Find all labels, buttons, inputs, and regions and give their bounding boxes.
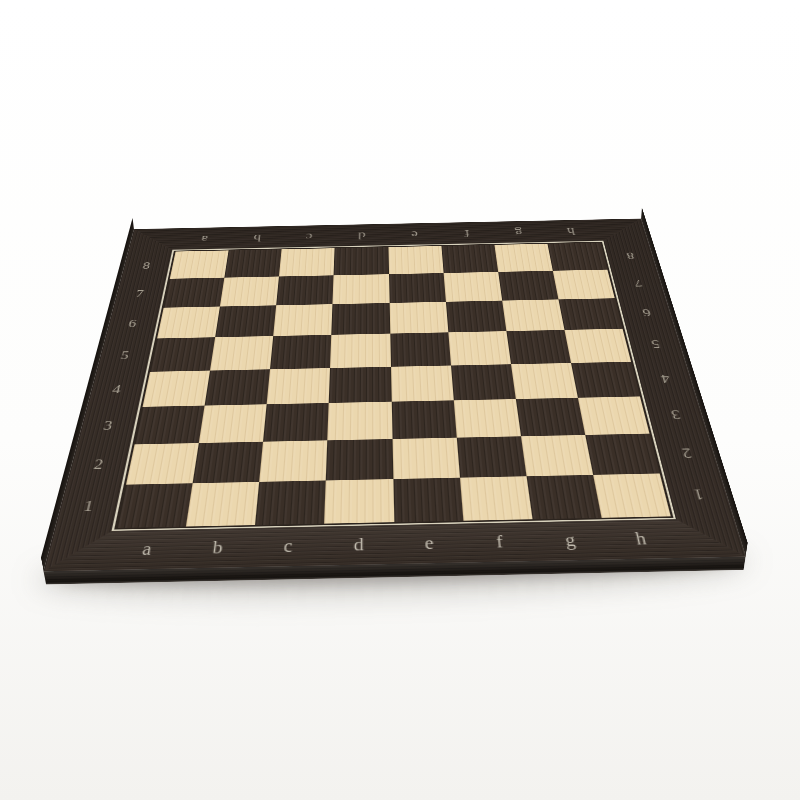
square-c6 xyxy=(273,304,332,336)
rank-label-left-2: 2 xyxy=(92,457,105,473)
square-d4 xyxy=(329,366,391,402)
square-b6 xyxy=(215,305,276,337)
file-label-top-c: c xyxy=(305,231,313,242)
square-d7 xyxy=(333,274,389,304)
file-label-top-h: h xyxy=(566,225,576,236)
square-e6 xyxy=(389,302,448,334)
square-a7 xyxy=(164,278,225,308)
photo-background: abcdefgh abcdefgh 87654321 87654321 xyxy=(0,0,800,800)
file-label-top-a: a xyxy=(200,233,209,244)
square-g2 xyxy=(521,435,593,476)
file-label-bottom-b: b xyxy=(211,538,224,558)
square-d1 xyxy=(325,479,394,524)
square-f6 xyxy=(446,301,507,333)
square-a6 xyxy=(157,307,220,339)
square-e3 xyxy=(391,400,456,439)
file-label-bottom-d: d xyxy=(354,535,365,555)
square-f1 xyxy=(460,476,533,521)
playing-field xyxy=(117,243,671,528)
file-label-top-g: g xyxy=(514,226,524,237)
square-a1 xyxy=(117,483,193,528)
square-h7 xyxy=(553,270,615,300)
square-g3 xyxy=(516,398,586,437)
square-h4 xyxy=(571,361,640,397)
file-label-top-d: d xyxy=(358,229,366,240)
rank-label-left-5: 5 xyxy=(119,349,130,362)
rank-label-right-8: 8 xyxy=(625,250,636,261)
file-label-bottom-g: g xyxy=(564,530,578,550)
square-a8 xyxy=(170,250,229,278)
square-g5 xyxy=(506,330,571,364)
square-b4 xyxy=(205,369,271,405)
rank-label-right-4: 4 xyxy=(659,371,671,385)
board-inlay-line xyxy=(112,241,677,531)
chess-board: abcdefgh abcdefgh 87654321 87654321 xyxy=(44,219,746,572)
square-e8 xyxy=(388,246,443,274)
square-c5 xyxy=(270,335,331,369)
square-a2 xyxy=(126,443,199,485)
file-label-top-f: f xyxy=(463,227,470,238)
square-g8 xyxy=(494,244,552,272)
square-h6 xyxy=(558,298,622,330)
rank-label-right-3: 3 xyxy=(669,407,682,422)
perspective-scene: abcdefgh abcdefgh 87654321 87654321 xyxy=(90,66,691,667)
file-label-bottom-f: f xyxy=(495,532,504,552)
square-g4 xyxy=(511,363,578,399)
square-c3 xyxy=(263,403,329,442)
rank-label-left-4: 4 xyxy=(111,383,123,397)
rank-label-right-1: 1 xyxy=(691,485,705,502)
square-c1 xyxy=(255,480,326,525)
square-d6 xyxy=(332,303,390,335)
square-e7 xyxy=(389,273,446,303)
square-d2 xyxy=(326,439,393,481)
rank-label-right-7: 7 xyxy=(632,278,643,289)
square-b3 xyxy=(199,404,267,443)
square-c4 xyxy=(267,368,330,404)
square-e1 xyxy=(393,478,463,523)
square-c8 xyxy=(279,248,335,276)
file-label-bottom-a: a xyxy=(141,539,154,559)
square-a4 xyxy=(143,370,211,406)
file-label-top-b: b xyxy=(252,232,261,243)
square-f8 xyxy=(441,245,498,273)
square-f2 xyxy=(456,436,526,477)
square-b5 xyxy=(210,336,273,370)
square-h1 xyxy=(593,473,671,517)
square-f3 xyxy=(453,399,520,438)
square-d3 xyxy=(328,401,392,440)
square-b7 xyxy=(220,277,279,307)
square-g1 xyxy=(526,475,601,519)
square-e2 xyxy=(392,437,460,478)
square-c7 xyxy=(276,275,333,305)
square-a3 xyxy=(135,405,205,444)
square-f4 xyxy=(451,364,516,400)
square-h5 xyxy=(564,329,631,363)
rank-label-left-8: 8 xyxy=(142,260,152,271)
square-b2 xyxy=(193,442,264,484)
file-label-bottom-e: e xyxy=(424,533,434,553)
file-label-bottom-h: h xyxy=(634,529,649,549)
square-b8 xyxy=(224,249,281,277)
square-f5 xyxy=(448,331,511,365)
camera-tilt: abcdefgh abcdefgh 87654321 87654321 xyxy=(0,0,800,800)
rank-label-left-3: 3 xyxy=(102,418,114,433)
square-e4 xyxy=(391,365,454,401)
square-e5 xyxy=(390,333,451,367)
square-a5 xyxy=(150,337,215,371)
square-f7 xyxy=(443,272,502,302)
square-h2 xyxy=(585,433,660,474)
rank-label-left-6: 6 xyxy=(127,318,138,330)
square-c2 xyxy=(259,440,327,482)
square-d8 xyxy=(334,247,389,275)
file-label-bottom-c: c xyxy=(283,536,294,556)
square-b1 xyxy=(186,482,259,527)
square-h3 xyxy=(578,396,650,435)
rank-label-right-2: 2 xyxy=(679,445,693,461)
rank-label-right-6: 6 xyxy=(641,307,652,319)
square-h8 xyxy=(547,243,607,271)
square-d5 xyxy=(330,334,390,368)
square-g6 xyxy=(502,300,564,332)
file-label-top-e: e xyxy=(410,228,418,239)
square-g7 xyxy=(498,271,558,301)
